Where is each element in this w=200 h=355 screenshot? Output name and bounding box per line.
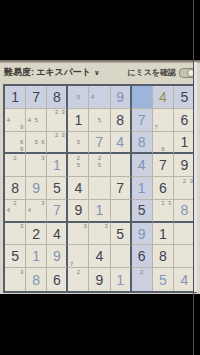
cell-r5c8[interactable]: 6 xyxy=(153,177,174,200)
pencil-mark: 3 xyxy=(40,200,47,207)
digit: 2 xyxy=(26,223,46,245)
digit: 8 xyxy=(132,132,152,153)
pencil-mark: 4 xyxy=(5,116,12,123)
pencil-mark: 6 xyxy=(40,138,47,145)
cell-r9c2[interactable]: 8 xyxy=(26,268,47,291)
digit: 5 xyxy=(5,245,25,267)
cell-r7c5[interactable]: 3 xyxy=(89,223,110,246)
pencil-mark: 5 xyxy=(75,162,82,169)
difficulty-value: エキスパート xyxy=(36,66,91,79)
digit: 5 xyxy=(132,200,152,221)
pencil-mark: 5 xyxy=(75,138,82,145)
cell-r4c3[interactable]: 1 xyxy=(47,154,68,177)
pencil-mark: 5 xyxy=(75,93,82,100)
cell-r2c2[interactable]: 45 xyxy=(26,109,47,132)
cell-r1c6[interactable]: 9 xyxy=(111,86,132,109)
pencil-mark: 5 xyxy=(33,116,40,123)
cell-r4c1[interactable]: 2 xyxy=(5,154,26,177)
cell-r3c8[interactable]: 8 xyxy=(153,132,174,155)
cell-r7c2[interactable]: 2 xyxy=(26,223,47,246)
pencil-mark: 7 xyxy=(153,123,160,130)
digit: 4 xyxy=(47,223,66,245)
digit: 6 xyxy=(47,268,66,291)
digit: 6 xyxy=(132,245,152,267)
digit: 9 xyxy=(68,200,88,221)
cell-r4c7[interactable]: 4 xyxy=(132,154,153,177)
pencil-mark: 2 xyxy=(12,200,19,207)
pencil-mark: 5 xyxy=(33,138,40,145)
cell-r9c5[interactable]: 9 xyxy=(89,268,110,291)
digit: 5 xyxy=(47,177,66,199)
digit: 9 xyxy=(26,177,46,199)
pencil-mark: 8 xyxy=(159,145,166,152)
cell-r3c7[interactable]: 8 xyxy=(132,132,153,155)
cell-r2c1[interactable]: 49 xyxy=(5,109,26,132)
cell-r9c3[interactable]: 6 xyxy=(47,268,68,291)
digit: 4 xyxy=(68,177,88,199)
digit: 7 xyxy=(111,177,130,199)
sudoku-grid: 1785494549452315877669562357488123125254… xyxy=(3,84,197,293)
cell-r1c7[interactable] xyxy=(132,86,153,109)
cell-r1c3[interactable]: 8 xyxy=(47,86,68,109)
cell-r8c4[interactable]: 7 xyxy=(68,245,89,268)
pencil-mark: 2 xyxy=(96,154,103,161)
pencil-mark: 2 xyxy=(138,268,145,276)
digit: 9 xyxy=(47,245,66,267)
cell-r8c9[interactable] xyxy=(174,245,195,268)
digit: 1 xyxy=(5,86,25,108)
cell-r9c8[interactable]: 5 xyxy=(153,268,174,291)
cell-r5c7[interactable]: 1 xyxy=(132,177,153,200)
cell-r8c2[interactable]: 1 xyxy=(26,245,47,268)
cell-r5c1[interactable]: 8 xyxy=(5,177,26,200)
digit: 5 xyxy=(153,268,173,291)
pencil-mark: 5 xyxy=(96,116,103,123)
digit: 1 xyxy=(111,268,130,291)
digit: 8 xyxy=(26,268,46,291)
cell-r2c6[interactable]: 8 xyxy=(111,109,132,132)
cell-r4c5[interactable]: 25 xyxy=(89,154,110,177)
pencil-mark: 2 xyxy=(159,200,166,207)
cell-r2c7[interactable]: 7 xyxy=(132,109,153,132)
cell-r3c3[interactable]: 23 xyxy=(47,132,68,155)
cell-r6c3[interactable]: 7 xyxy=(47,200,68,223)
digit: 1 xyxy=(132,177,152,199)
cell-r1c9[interactable]: 5 xyxy=(174,86,195,109)
digit: 8 xyxy=(5,177,25,199)
cell-r2c5[interactable]: 5 xyxy=(89,109,110,132)
digit: 6 xyxy=(174,109,195,131)
pencil-mark: 3 xyxy=(18,268,25,276)
digit: 7 xyxy=(26,86,46,108)
digit: 1 xyxy=(89,200,109,221)
digit: 7 xyxy=(47,200,66,221)
cell-r9c7[interactable]: 2 xyxy=(132,268,153,291)
pencil-mark: 3 xyxy=(103,223,110,230)
cell-r8c7[interactable]: 6 xyxy=(132,245,153,268)
digit: 8 xyxy=(111,109,130,131)
digit: 1 xyxy=(174,132,195,153)
cell-r5c9[interactable]: 23 xyxy=(174,177,195,200)
cell-r2c3[interactable]: 23 xyxy=(47,109,68,132)
pencil-mark: 2 xyxy=(75,268,82,276)
digit: 9 xyxy=(132,223,152,245)
mistake-check-label: にミスを確認 xyxy=(127,67,176,78)
pencil-mark: 3 xyxy=(82,223,89,230)
digit: 4 xyxy=(174,268,195,291)
pencil-mark: 9 xyxy=(18,145,25,152)
difficulty-selector[interactable]: 難易度: エキスパート ∨ xyxy=(4,66,100,79)
cell-r6c6[interactable] xyxy=(111,200,132,223)
digit: 7 xyxy=(132,109,152,131)
pencil-mark: 9 xyxy=(18,123,25,130)
pencil-mark: 7 xyxy=(68,260,75,267)
pencil-mark: 4 xyxy=(26,207,33,214)
cell-r4c9[interactable]: 9 xyxy=(174,154,195,177)
cell-r1c8[interactable]: 4 xyxy=(153,86,174,109)
digit: 6 xyxy=(153,177,173,199)
cell-r2c9[interactable]: 6 xyxy=(174,109,195,132)
difficulty-label: 難易度: xyxy=(4,66,34,79)
cell-r3c2[interactable]: 56 xyxy=(26,132,47,155)
pencil-mark: 3 xyxy=(18,223,25,230)
pencil-mark: 3 xyxy=(166,200,173,207)
cell-r1c5[interactable]: 4 xyxy=(89,86,110,109)
cell-r6c5[interactable]: 1 xyxy=(89,200,110,223)
cell-r7c6[interactable]: 5 xyxy=(111,223,132,246)
cell-r4c8[interactable]: 7 xyxy=(153,154,174,177)
pencil-mark: 6 xyxy=(18,138,25,145)
cell-r5c5[interactable] xyxy=(89,177,110,200)
cell-r5c3[interactable]: 5 xyxy=(47,177,68,200)
digit: 5 xyxy=(174,86,195,108)
digit: 8 xyxy=(153,245,173,267)
digit: 7 xyxy=(153,154,173,176)
digit: 4 xyxy=(132,154,152,176)
cell-r5c6[interactable]: 7 xyxy=(111,177,132,200)
digit: 7 xyxy=(89,132,109,153)
cell-r2c4[interactable]: 1 xyxy=(68,109,89,132)
cell-r6c9[interactable]: 8 xyxy=(174,200,195,223)
header-bar: 難易度: エキスパート ∨ にミスを確認 xyxy=(0,63,200,82)
cell-r5c4[interactable]: 4 xyxy=(68,177,89,200)
cell-r6c4[interactable]: 9 xyxy=(68,200,89,223)
cell-r5c2[interactable]: 9 xyxy=(26,177,47,200)
digit: 9 xyxy=(174,154,195,176)
digit: 5 xyxy=(111,223,130,245)
cell-r3c5[interactable]: 7 xyxy=(89,132,110,155)
digit: 8 xyxy=(47,86,66,108)
pencil-mark: 2 xyxy=(12,154,19,161)
pencil-mark: 5 xyxy=(96,162,103,169)
cell-r4c6[interactable] xyxy=(111,154,132,177)
chevron-down-icon: ∨ xyxy=(94,69,100,77)
digit: 1 xyxy=(47,154,66,176)
digit: 4 xyxy=(153,86,173,108)
cell-r7c8[interactable]: 1 xyxy=(153,223,174,246)
digit: 1 xyxy=(68,109,88,131)
cell-r7c1[interactable]: 3 xyxy=(5,223,26,246)
cell-r1c1[interactable]: 1 xyxy=(5,86,26,109)
cell-r9c4[interactable]: 2 xyxy=(68,268,89,291)
cell-r8c1[interactable]: 5 xyxy=(5,245,26,268)
cell-r3c9[interactable]: 1 xyxy=(174,132,195,155)
cell-r8c6[interactable] xyxy=(111,245,132,268)
pencil-mark: 3 xyxy=(60,132,66,139)
cell-r1c2[interactable]: 7 xyxy=(26,86,47,109)
cell-r8c3[interactable]: 9 xyxy=(47,245,68,268)
cell-r7c3[interactable]: 4 xyxy=(47,223,68,246)
digit: 9 xyxy=(89,268,109,291)
digit: 4 xyxy=(111,132,130,153)
cell-r9c6[interactable]: 1 xyxy=(111,268,132,291)
digit: 1 xyxy=(153,223,173,245)
mistake-check-control: にミスを確認 xyxy=(127,67,196,78)
digit: 4 xyxy=(89,245,109,267)
cell-r7c4[interactable]: 3 xyxy=(68,223,89,246)
cell-r4c2[interactable]: 3 xyxy=(26,154,47,177)
pencil-mark: 4 xyxy=(26,116,33,123)
cell-r8c5[interactable]: 4 xyxy=(89,245,110,268)
cell-r3c6[interactable]: 4 xyxy=(111,132,132,155)
cell-r3c4[interactable]: 5 xyxy=(68,132,89,155)
digit: 9 xyxy=(111,86,130,108)
cell-r3c1[interactable]: 69 xyxy=(5,132,26,155)
cell-r6c8[interactable]: 23 xyxy=(153,200,174,223)
pencil-mark: 4 xyxy=(5,207,12,214)
cell-r6c2[interactable]: 34 xyxy=(26,200,47,223)
cell-r9c9[interactable]: 4 xyxy=(174,268,195,291)
cell-r8c8[interactable]: 8 xyxy=(153,245,174,268)
digit: 1 xyxy=(26,245,46,267)
cell-r2c8[interactable]: 7 xyxy=(153,109,174,132)
cell-r1c4[interactable]: 5 xyxy=(68,86,89,109)
app-screen: 難易度: エキスパート ∨ にミスを確認 1785494549452315877… xyxy=(0,60,200,294)
cell-r7c7[interactable]: 9 xyxy=(132,223,153,246)
cell-r6c1[interactable]: 24 xyxy=(5,200,26,223)
cell-r7c9[interactable] xyxy=(174,223,195,246)
pencil-mark: 4 xyxy=(89,93,96,100)
cell-r4c4[interactable]: 25 xyxy=(68,154,89,177)
pencil-mark: 3 xyxy=(60,109,66,116)
cell-r6c7[interactable]: 5 xyxy=(132,200,153,223)
cell-r9c1[interactable]: 3 xyxy=(5,268,26,291)
pencil-mark: 2 xyxy=(181,177,188,184)
digit: 8 xyxy=(174,200,195,221)
pencil-mark: 3 xyxy=(40,154,47,161)
screen-edge-highlight xyxy=(194,62,197,292)
pencil-mark: 2 xyxy=(75,154,82,161)
